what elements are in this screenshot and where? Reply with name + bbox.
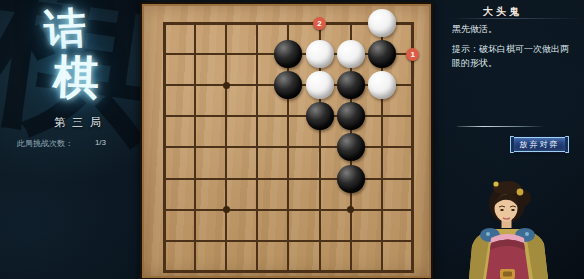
game-screen: 棋 诘 棋 第三局 此局挑战次数： 1/3 21 大头鬼 黑先做活。 提示：破坏… xyxy=(0,0,584,279)
objective-text: 黑先做活。 xyxy=(452,23,497,36)
star-point xyxy=(347,206,354,213)
puzzle-name-title: 大头鬼 xyxy=(450,5,555,19)
go-board[interactable]: 21 xyxy=(140,2,433,279)
move-marker-1: 1 xyxy=(406,48,419,61)
grid-line-horizontal xyxy=(163,178,415,180)
white-stone xyxy=(337,40,365,68)
puzzle-title-char-2: 棋 xyxy=(52,53,100,101)
black-stone xyxy=(306,102,334,130)
attempts-label: 此局挑战次数： xyxy=(17,138,73,149)
white-stone xyxy=(306,40,334,68)
title-divider xyxy=(450,18,584,19)
puzzle-title-char-1: 诘 xyxy=(43,7,87,51)
white-stone xyxy=(368,9,396,37)
hint-text: 提示：破坏白棋可一次做出两眼的形状。 xyxy=(452,42,577,70)
round-label: 第三局 xyxy=(46,115,116,130)
star-point xyxy=(223,82,230,89)
black-stone xyxy=(274,40,302,68)
white-stone xyxy=(368,71,396,99)
grid-line-horizontal xyxy=(163,209,415,211)
go-board-grid[interactable]: 21 xyxy=(164,23,413,272)
black-stone xyxy=(337,71,365,99)
panel-divider xyxy=(457,126,545,127)
npc-portrait xyxy=(455,180,580,279)
black-stone xyxy=(368,40,396,68)
attempts-row: 此局挑战次数： 1/3 xyxy=(17,138,106,149)
give-up-button[interactable]: 放弃对弈 xyxy=(512,137,567,152)
black-stone xyxy=(337,165,365,193)
grid-line-horizontal xyxy=(163,146,415,148)
attempts-value: 1/3 xyxy=(95,138,106,149)
grid-line-horizontal xyxy=(163,240,415,242)
white-stone xyxy=(306,71,334,99)
grid-line-horizontal xyxy=(163,270,415,273)
move-marker-2: 2 xyxy=(313,17,326,30)
black-stone xyxy=(337,133,365,161)
black-stone xyxy=(337,102,365,130)
black-stone xyxy=(274,71,302,99)
star-point xyxy=(223,206,230,213)
